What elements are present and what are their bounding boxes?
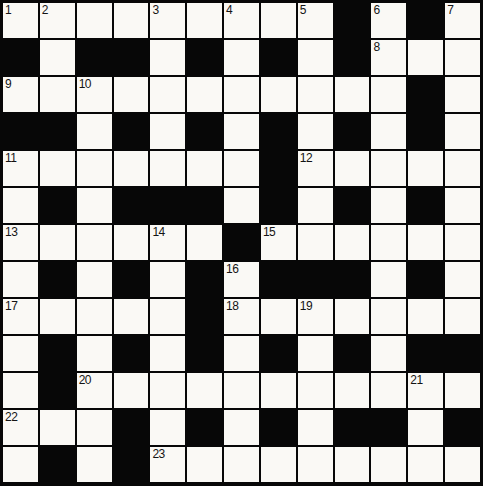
black-cell-r4c10 (335, 114, 370, 149)
white-cell-r13c7[interactable] (224, 447, 259, 482)
white-cell-r3c1[interactable]: 9 (3, 77, 38, 112)
black-cell-r7c7 (224, 225, 259, 260)
white-cell-r8c11[interactable] (371, 262, 406, 297)
white-cell-r7c3[interactable] (77, 225, 112, 260)
white-cell-r9c9[interactable]: 19 (298, 299, 333, 334)
white-cell-r6c3[interactable] (77, 188, 112, 223)
white-cell-r13c6[interactable] (187, 447, 222, 482)
white-cell-r5c6[interactable] (187, 151, 222, 186)
clue-number-17: 17 (5, 299, 17, 313)
black-cell-r2c3 (77, 40, 112, 75)
white-cell-r1c13[interactable]: 7 (445, 3, 480, 38)
clue-number-16: 16 (226, 262, 238, 276)
white-cell-r9c11[interactable] (371, 299, 406, 334)
white-cell-r11c6[interactable] (187, 373, 222, 408)
white-cell-r5c12[interactable] (408, 151, 443, 186)
clue-number-9: 9 (5, 77, 11, 91)
black-cell-r4c2 (40, 114, 75, 149)
black-cell-r13c2 (40, 447, 75, 482)
white-cell-r11c5[interactable] (150, 373, 185, 408)
black-cell-r11c2 (40, 373, 75, 408)
black-cell-r4c12 (408, 114, 443, 149)
black-cell-r8c4 (114, 262, 149, 297)
white-cell-r13c3[interactable] (77, 447, 112, 482)
white-cell-r2c2[interactable] (40, 40, 75, 75)
white-cell-r12c7[interactable] (224, 410, 259, 445)
white-cell-r3c8[interactable] (261, 77, 296, 112)
crossword-board: 1234567891011121314151617181920212223 (0, 0, 483, 486)
black-cell-r2c1 (3, 40, 38, 75)
white-cell-r13c9[interactable] (298, 447, 333, 482)
white-cell-r2c5[interactable] (150, 40, 185, 75)
white-cell-r4c9[interactable] (298, 114, 333, 149)
black-cell-r12c6 (187, 410, 222, 445)
black-cell-r4c8 (261, 114, 296, 149)
black-cell-r10c13 (445, 336, 480, 371)
white-cell-r1c8[interactable] (261, 3, 296, 38)
clue-number-19: 19 (300, 299, 312, 313)
black-cell-r2c10 (335, 40, 370, 75)
black-cell-r8c12 (408, 262, 443, 297)
clue-number-7: 7 (447, 3, 453, 17)
black-cell-r1c12 (408, 3, 443, 38)
white-cell-r1c11[interactable]: 6 (371, 3, 406, 38)
white-cell-r7c9[interactable] (298, 225, 333, 260)
black-cell-r3c12 (408, 77, 443, 112)
white-cell-r1c7[interactable]: 4 (224, 3, 259, 38)
clue-number-18: 18 (226, 299, 238, 313)
white-cell-r11c12[interactable]: 21 (408, 373, 443, 408)
black-cell-r10c10 (335, 336, 370, 371)
white-cell-r4c5[interactable] (150, 114, 185, 149)
white-cell-r13c5[interactable]: 23 (150, 447, 185, 482)
clue-number-15: 15 (263, 225, 275, 239)
white-cell-r10c9[interactable] (298, 336, 333, 371)
white-cell-r10c11[interactable] (371, 336, 406, 371)
clue-number-23: 23 (152, 447, 164, 461)
black-cell-r12c11 (371, 410, 406, 445)
white-cell-r6c1[interactable] (3, 188, 38, 223)
white-cell-r7c1[interactable]: 13 (3, 225, 38, 260)
white-cell-r12c9[interactable] (298, 410, 333, 445)
white-cell-r12c12[interactable] (408, 410, 443, 445)
clue-number-3: 3 (152, 3, 158, 17)
black-cell-r13c4 (114, 447, 149, 482)
white-cell-r13c12[interactable] (408, 447, 443, 482)
white-cell-r9c7[interactable]: 18 (224, 299, 259, 334)
clue-number-21: 21 (410, 373, 422, 387)
white-cell-r1c6[interactable] (187, 3, 222, 38)
black-cell-r8c10 (335, 262, 370, 297)
white-cell-r10c7[interactable] (224, 336, 259, 371)
white-cell-r2c7[interactable] (224, 40, 259, 75)
white-cell-r2c13[interactable] (445, 40, 480, 75)
white-cell-r11c11[interactable] (371, 373, 406, 408)
white-cell-r11c1[interactable] (3, 373, 38, 408)
black-cell-r12c13 (445, 410, 480, 445)
clue-number-2: 2 (42, 3, 48, 17)
white-cell-r3c2[interactable] (40, 77, 75, 112)
black-cell-r4c4 (114, 114, 149, 149)
white-cell-r8c5[interactable] (150, 262, 185, 297)
white-cell-r3c3[interactable]: 10 (77, 77, 112, 112)
black-cell-r8c8 (261, 262, 296, 297)
white-cell-r4c11[interactable] (371, 114, 406, 149)
white-cell-r9c3[interactable] (77, 299, 112, 334)
black-cell-r10c12 (408, 336, 443, 371)
white-cell-r5c1[interactable]: 11 (3, 151, 38, 186)
white-cell-r1c9[interactable]: 5 (298, 3, 333, 38)
black-cell-r2c6 (187, 40, 222, 75)
white-cell-r9c1[interactable]: 17 (3, 299, 38, 334)
white-cell-r3c4[interactable] (114, 77, 149, 112)
white-cell-r6c11[interactable] (371, 188, 406, 223)
white-cell-r12c5[interactable] (150, 410, 185, 445)
clue-number-8: 8 (373, 40, 379, 54)
white-cell-r5c4[interactable] (114, 151, 149, 186)
white-cell-r3c9[interactable] (298, 77, 333, 112)
white-cell-r3c11[interactable] (371, 77, 406, 112)
white-cell-r8c3[interactable] (77, 262, 112, 297)
clue-number-6: 6 (373, 3, 379, 17)
black-cell-r6c12 (408, 188, 443, 223)
white-cell-r6c9[interactable] (298, 188, 333, 223)
white-cell-r3c10[interactable] (335, 77, 370, 112)
white-cell-r1c2[interactable]: 2 (40, 3, 75, 38)
black-cell-r6c10 (335, 188, 370, 223)
white-cell-r12c2[interactable] (40, 410, 75, 445)
clue-number-11: 11 (5, 151, 16, 165)
black-cell-r6c8 (261, 188, 296, 223)
clue-number-12: 12 (300, 151, 312, 165)
white-cell-r6c7[interactable] (224, 188, 259, 223)
white-cell-r9c5[interactable] (150, 299, 185, 334)
white-cell-r2c11[interactable]: 8 (371, 40, 406, 75)
white-cell-r6c13[interactable] (445, 188, 480, 223)
white-cell-r5c10[interactable] (335, 151, 370, 186)
black-cell-r4c1 (3, 114, 38, 149)
black-cell-r1c10 (335, 3, 370, 38)
black-cell-r12c10 (335, 410, 370, 445)
black-cell-r10c8 (261, 336, 296, 371)
white-cell-r3c7[interactable] (224, 77, 259, 112)
white-cell-r1c1[interactable]: 1 (3, 3, 38, 38)
white-cell-r7c10[interactable] (335, 225, 370, 260)
white-cell-r11c7[interactable] (224, 373, 259, 408)
black-cell-r9c6 (187, 299, 222, 334)
white-cell-r3c6[interactable] (187, 77, 222, 112)
white-cell-r7c2[interactable] (40, 225, 75, 260)
white-cell-r13c11[interactable] (371, 447, 406, 482)
black-cell-r10c4 (114, 336, 149, 371)
white-cell-r7c11[interactable] (371, 225, 406, 260)
white-cell-r9c10[interactable] (335, 299, 370, 334)
white-cell-r1c5[interactable]: 3 (150, 3, 185, 38)
black-cell-r12c4 (114, 410, 149, 445)
white-cell-r5c2[interactable] (40, 151, 75, 186)
clue-number-4: 4 (226, 3, 232, 17)
clue-number-10: 10 (79, 77, 91, 91)
white-cell-r9c12[interactable] (408, 299, 443, 334)
white-cell-r11c13[interactable] (445, 373, 480, 408)
white-cell-r9c8[interactable] (261, 299, 296, 334)
white-cell-r5c7[interactable] (224, 151, 259, 186)
white-cell-r4c3[interactable] (77, 114, 112, 149)
black-cell-r6c5 (150, 188, 185, 223)
white-cell-r13c1[interactable] (3, 447, 38, 482)
white-cell-r13c8[interactable] (261, 447, 296, 482)
white-cell-r3c5[interactable] (150, 77, 185, 112)
clue-number-14: 14 (152, 225, 164, 239)
white-cell-r7c13[interactable] (445, 225, 480, 260)
black-cell-r6c4 (114, 188, 149, 223)
white-cell-r11c3[interactable]: 20 (77, 373, 112, 408)
black-cell-r6c2 (40, 188, 75, 223)
white-cell-r5c3[interactable] (77, 151, 112, 186)
white-cell-r8c13[interactable] (445, 262, 480, 297)
crossword-puzzle: 1234567891011121314151617181920212223 (0, 0, 483, 486)
white-cell-r10c3[interactable] (77, 336, 112, 371)
white-cell-r10c1[interactable] (3, 336, 38, 371)
clue-number-13: 13 (5, 225, 17, 239)
white-cell-r11c10[interactable] (335, 373, 370, 408)
white-cell-r1c4[interactable] (114, 3, 149, 38)
white-cell-r13c13[interactable] (445, 447, 480, 482)
white-cell-r5c11[interactable] (371, 151, 406, 186)
white-cell-r8c7[interactable]: 16 (224, 262, 259, 297)
white-cell-r10c5[interactable] (150, 336, 185, 371)
black-cell-r2c8 (261, 40, 296, 75)
black-cell-r6c6 (187, 188, 222, 223)
clue-number-1: 1 (5, 3, 11, 17)
white-cell-r4c7[interactable] (224, 114, 259, 149)
black-cell-r8c6 (187, 262, 222, 297)
white-cell-r2c12[interactable] (408, 40, 443, 75)
white-cell-r9c13[interactable] (445, 299, 480, 334)
white-cell-r7c12[interactable] (408, 225, 443, 260)
black-cell-r12c8 (261, 410, 296, 445)
white-cell-r7c5[interactable]: 14 (150, 225, 185, 260)
white-cell-r7c6[interactable] (187, 225, 222, 260)
white-cell-r11c8[interactable] (261, 373, 296, 408)
white-cell-r11c4[interactable] (114, 373, 149, 408)
black-cell-r5c8 (261, 151, 296, 186)
black-cell-r4c6 (187, 114, 222, 149)
clue-number-22: 22 (5, 410, 17, 424)
white-cell-r2c9[interactable] (298, 40, 333, 75)
white-cell-r3c13[interactable] (445, 77, 480, 112)
black-cell-r2c4 (114, 40, 149, 75)
black-cell-r10c6 (187, 336, 222, 371)
black-cell-r8c2 (40, 262, 75, 297)
white-cell-r1c3[interactable] (77, 3, 112, 38)
clue-number-5: 5 (300, 3, 306, 17)
white-cell-r11c9[interactable] (298, 373, 333, 408)
white-cell-r5c13[interactable] (445, 151, 480, 186)
white-cell-r4c13[interactable] (445, 114, 480, 149)
white-cell-r12c1[interactable]: 22 (3, 410, 38, 445)
white-cell-r7c8[interactable]: 15 (261, 225, 296, 260)
white-cell-r5c9[interactable]: 12 (298, 151, 333, 186)
white-cell-r12c3[interactable] (77, 410, 112, 445)
white-cell-r5c5[interactable] (150, 151, 185, 186)
white-cell-r9c4[interactable] (114, 299, 149, 334)
white-cell-r13c10[interactable] (335, 447, 370, 482)
white-cell-r9c2[interactable] (40, 299, 75, 334)
black-cell-r8c9 (298, 262, 333, 297)
black-cell-r10c2 (40, 336, 75, 371)
white-cell-r8c1[interactable] (3, 262, 38, 297)
white-cell-r7c4[interactable] (114, 225, 149, 260)
clue-number-20: 20 (79, 373, 91, 387)
